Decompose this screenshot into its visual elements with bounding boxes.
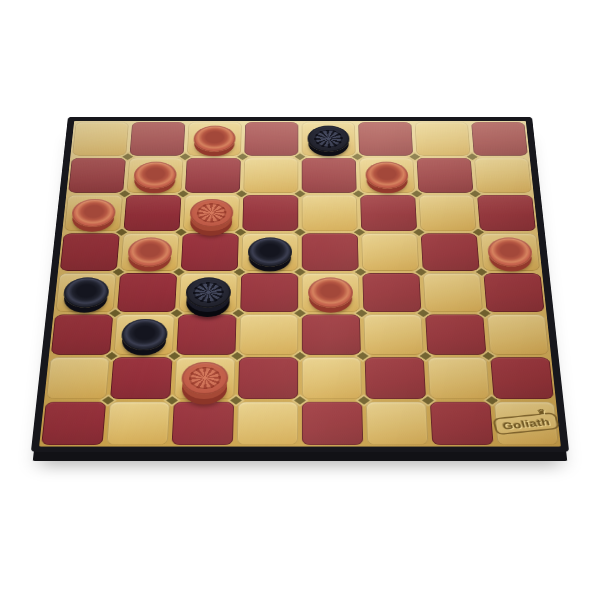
square-r8c1[interactable]	[39, 400, 108, 446]
square-r6c5[interactable]	[300, 313, 363, 356]
square-r5c3[interactable]	[177, 272, 240, 313]
square-r7c7[interactable]	[426, 356, 492, 400]
square-r1c2[interactable]	[128, 121, 187, 157]
square-r1c6[interactable]	[356, 121, 414, 157]
square-r7c4[interactable]	[236, 356, 300, 400]
piece-red-r2c2[interactable]	[133, 162, 177, 189]
piece-red-r1c3[interactable]	[193, 126, 236, 152]
square-r1c3[interactable]	[185, 121, 243, 157]
piece-black-r6c2[interactable]	[120, 319, 168, 350]
piece-red-r4c2[interactable]	[127, 237, 173, 266]
square-r8c2[interactable]	[104, 400, 172, 446]
square-r8c5[interactable]	[300, 400, 365, 446]
square-r2c2[interactable]	[125, 157, 185, 194]
photo-background: ♛ Goliath	[0, 0, 600, 600]
square-r4c6[interactable]	[359, 232, 421, 272]
square-r6c4[interactable]	[237, 313, 300, 356]
piece-black-r5c1[interactable]	[62, 277, 110, 307]
square-r2c5[interactable]	[300, 157, 358, 194]
checkers-board: ♛ Goliath	[31, 117, 569, 452]
square-r8c8[interactable]	[492, 400, 561, 446]
square-r7c5[interactable]	[300, 356, 364, 400]
square-r3c5[interactable]	[300, 194, 359, 232]
square-r1c4[interactable]	[243, 121, 300, 157]
square-r8c4[interactable]	[235, 400, 300, 446]
square-r6c1[interactable]	[49, 313, 115, 356]
piece-black-r1c5[interactable]	[307, 126, 349, 152]
piece-black-r5c3[interactable]	[185, 277, 231, 307]
piece-red-r2c6[interactable]	[365, 162, 409, 189]
square-r8c6[interactable]	[364, 400, 430, 446]
square-r7c2[interactable]	[108, 356, 174, 400]
square-r2c6[interactable]	[357, 157, 416, 194]
square-r1c1[interactable]	[70, 121, 130, 157]
square-r1c8[interactable]	[469, 121, 529, 157]
square-r3c6[interactable]	[358, 194, 418, 232]
square-r2c7[interactable]	[415, 157, 475, 194]
square-r1c7[interactable]	[413, 121, 472, 157]
square-r6c8[interactable]	[485, 313, 551, 356]
square-r3c4[interactable]	[241, 194, 300, 232]
square-r8c3[interactable]	[170, 400, 236, 446]
square-r5c2[interactable]	[115, 272, 179, 313]
square-r6c3[interactable]	[174, 313, 238, 356]
board-field: ♛ Goliath	[39, 121, 561, 447]
square-r1c5[interactable]	[300, 121, 357, 157]
square-r7c3[interactable]	[172, 356, 237, 400]
piece-red-r4c8[interactable]	[487, 237, 534, 266]
square-r7c1[interactable]	[44, 356, 112, 400]
square-r7c6[interactable]	[363, 356, 428, 400]
square-r5c7[interactable]	[421, 272, 485, 313]
square-r4c2[interactable]	[118, 232, 181, 272]
square-r6c2[interactable]	[112, 313, 177, 356]
square-r2c8[interactable]	[472, 157, 533, 194]
square-r8c7[interactable]	[428, 400, 496, 446]
square-r4c1[interactable]	[58, 232, 122, 272]
square-r2c1[interactable]	[66, 157, 127, 194]
square-r6c6[interactable]	[362, 313, 426, 356]
piece-black-r4c4[interactable]	[248, 237, 292, 266]
square-r7c8[interactable]	[488, 356, 556, 400]
square-r5c1[interactable]	[53, 272, 118, 313]
square-r3c3[interactable]	[181, 194, 241, 232]
piece-red-r7c3[interactable]	[181, 362, 229, 395]
square-r4c8[interactable]	[478, 232, 542, 272]
square-r5c4[interactable]	[238, 272, 300, 313]
square-r3c7[interactable]	[417, 194, 479, 232]
piece-red-r3c3[interactable]	[189, 199, 233, 227]
square-r5c5[interactable]	[300, 272, 362, 313]
piece-red-r5c5[interactable]	[308, 277, 353, 307]
square-r5c8[interactable]	[482, 272, 547, 313]
square-r4c5[interactable]	[300, 232, 361, 272]
square-r4c4[interactable]	[239, 232, 300, 272]
square-r4c7[interactable]	[419, 232, 482, 272]
square-r4c3[interactable]	[179, 232, 241, 272]
square-r5c6[interactable]	[361, 272, 424, 313]
square-r3c1[interactable]	[62, 194, 125, 232]
square-r3c2[interactable]	[122, 194, 184, 232]
square-r6c7[interactable]	[423, 313, 488, 356]
piece-red-r3c1[interactable]	[71, 199, 117, 227]
square-r3c8[interactable]	[475, 194, 538, 232]
square-r2c4[interactable]	[242, 157, 300, 194]
square-r2c3[interactable]	[183, 157, 242, 194]
